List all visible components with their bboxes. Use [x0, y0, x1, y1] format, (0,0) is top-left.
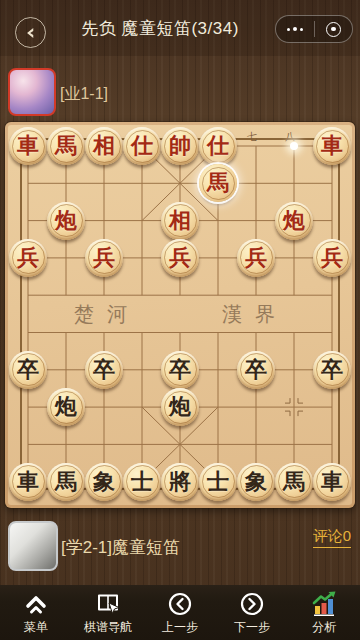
- nav-analysis-label: 分析: [312, 619, 336, 636]
- piece-red-兵[interactable]: 兵: [161, 239, 199, 277]
- piece-label: 兵: [17, 247, 39, 269]
- piece-label: 車: [321, 471, 343, 493]
- piece-black-卒[interactable]: 卒: [9, 351, 47, 389]
- piece-label: 炮: [169, 396, 191, 418]
- piece-label: 仕: [131, 135, 153, 157]
- piece-black-卒[interactable]: 卒: [313, 351, 351, 389]
- board-grid: 七 八 楚河 漢界: [8, 125, 352, 505]
- bar-chart-trend-icon: [310, 591, 338, 617]
- nav-analysis-button[interactable]: 分析: [288, 585, 360, 640]
- app-screen: 先负 魔童短笛(3/34) [业1-1] 七 八: [0, 0, 360, 640]
- piece-label: 炮: [283, 210, 305, 232]
- nav-menu-button[interactable]: 菜单: [0, 585, 72, 640]
- piece-black-卒[interactable]: 卒: [161, 351, 199, 389]
- file-label-8: 八: [285, 131, 295, 142]
- piece-black-將[interactable]: 將: [161, 463, 199, 501]
- piece-label: 車: [17, 135, 39, 157]
- piece-label: 相: [93, 135, 115, 157]
- xiangqi-board-frame: 七 八 楚河 漢界 車馬相仕帥仕車馬炮相炮兵兵兵兵兵卒卒卒卒卒炮炮車馬象士將士象…: [5, 122, 355, 508]
- piece-label: 馬: [207, 172, 229, 194]
- top-player-avatar[interactable]: [8, 68, 56, 116]
- piece-label: 卒: [245, 359, 267, 381]
- top-bar: 先负 魔童短笛(3/34): [0, 0, 360, 56]
- piece-label: 車: [321, 135, 343, 157]
- exit-button[interactable]: [315, 16, 353, 42]
- circle-chevron-right-icon: [238, 591, 266, 617]
- piece-black-象[interactable]: 象: [237, 463, 275, 501]
- piece-black-士[interactable]: 士: [123, 463, 161, 501]
- bottom-nav-bar: 菜单 棋谱导航 上一步 下一步: [0, 585, 360, 640]
- back-chevron-icon: [22, 24, 40, 42]
- piece-red-相[interactable]: 相: [161, 202, 199, 240]
- comments-link[interactable]: 评论0: [313, 527, 351, 548]
- bottom-player-name: [学2-1]魔童短笛: [61, 536, 180, 559]
- piece-label: 兵: [245, 247, 267, 269]
- back-button[interactable]: [15, 17, 46, 48]
- piece-red-兵[interactable]: 兵: [313, 239, 351, 277]
- piece-label: 兵: [321, 247, 343, 269]
- piece-black-象[interactable]: 象: [85, 463, 123, 501]
- piece-red-炮[interactable]: 炮: [275, 202, 313, 240]
- piece-label: 仕: [207, 135, 229, 157]
- piece-red-兵[interactable]: 兵: [9, 239, 47, 277]
- piece-label: 馬: [55, 471, 77, 493]
- river-text-right: 漢界: [222, 303, 288, 325]
- piece-black-車[interactable]: 車: [313, 463, 351, 501]
- piece-red-炮[interactable]: 炮: [47, 202, 85, 240]
- piece-label: 象: [93, 471, 115, 493]
- piece-red-車[interactable]: 車: [313, 127, 351, 165]
- river-text-left: 楚河: [74, 303, 140, 325]
- piece-label: 卒: [169, 359, 191, 381]
- file-label-7: 七: [247, 131, 257, 142]
- piece-red-相[interactable]: 相: [85, 127, 123, 165]
- piece-label: 卒: [17, 359, 39, 381]
- miniprogram-capsule: [275, 15, 353, 43]
- piece-red-車[interactable]: 車: [9, 127, 47, 165]
- bottom-player-avatar[interactable]: [8, 521, 58, 571]
- piece-label: 馬: [283, 471, 305, 493]
- piece-red-馬[interactable]: 馬: [47, 127, 85, 165]
- piece-label: 兵: [93, 247, 115, 269]
- piece-black-卒[interactable]: 卒: [85, 351, 123, 389]
- piece-label: 將: [169, 471, 191, 493]
- nav-notation-label: 棋谱导航: [84, 619, 132, 636]
- piece-label: 炮: [55, 210, 77, 232]
- piece-black-車[interactable]: 車: [9, 463, 47, 501]
- piece-label: 帥: [169, 135, 191, 157]
- nav-next-button[interactable]: 下一步: [216, 585, 288, 640]
- piece-label: 士: [131, 471, 153, 493]
- piece-black-炮[interactable]: 炮: [47, 388, 85, 426]
- piece-label: 炮: [55, 396, 77, 418]
- nav-next-label: 下一步: [234, 619, 270, 636]
- circle-chevron-left-icon: [166, 591, 194, 617]
- piece-red-帥[interactable]: 帥: [161, 127, 199, 165]
- piece-black-士[interactable]: 士: [199, 463, 237, 501]
- piece-label: 兵: [169, 247, 191, 269]
- more-options-button[interactable]: [276, 16, 314, 42]
- piece-label: 馬: [55, 135, 77, 157]
- piece-black-卒[interactable]: 卒: [237, 351, 275, 389]
- book-navigate-icon: [94, 591, 122, 617]
- piece-label: 卒: [93, 359, 115, 381]
- double-chevron-up-icon: [22, 591, 50, 617]
- piece-label: 相: [169, 210, 191, 232]
- piece-black-馬[interactable]: 馬: [275, 463, 313, 501]
- last-move-origin-marker: [290, 142, 298, 150]
- piece-red-仕[interactable]: 仕: [199, 127, 237, 165]
- piece-red-兵[interactable]: 兵: [237, 239, 275, 277]
- piece-label: 士: [207, 471, 229, 493]
- nav-prev-button[interactable]: 上一步: [144, 585, 216, 640]
- piece-label: 車: [17, 471, 39, 493]
- piece-red-仕[interactable]: 仕: [123, 127, 161, 165]
- circle-dot-icon: [326, 22, 341, 37]
- top-player-name: [业1-1]: [60, 84, 108, 105]
- nav-menu-label: 菜单: [24, 619, 48, 636]
- nav-prev-label: 上一步: [162, 619, 198, 636]
- page-title: 先负 魔童短笛(3/34): [50, 0, 270, 56]
- piece-black-馬[interactable]: 馬: [47, 463, 85, 501]
- piece-label: 卒: [321, 359, 343, 381]
- piece-label: 象: [245, 471, 267, 493]
- piece-red-兵[interactable]: 兵: [85, 239, 123, 277]
- nav-notation-button[interactable]: 棋谱导航: [72, 585, 144, 640]
- xiangqi-board[interactable]: 七 八 楚河 漢界 車馬相仕帥仕車馬炮相炮兵兵兵兵兵卒卒卒卒卒炮炮車馬象士將士象…: [8, 125, 352, 505]
- piece-black-炮[interactable]: 炮: [161, 388, 199, 426]
- three-dots-icon: [287, 27, 303, 32]
